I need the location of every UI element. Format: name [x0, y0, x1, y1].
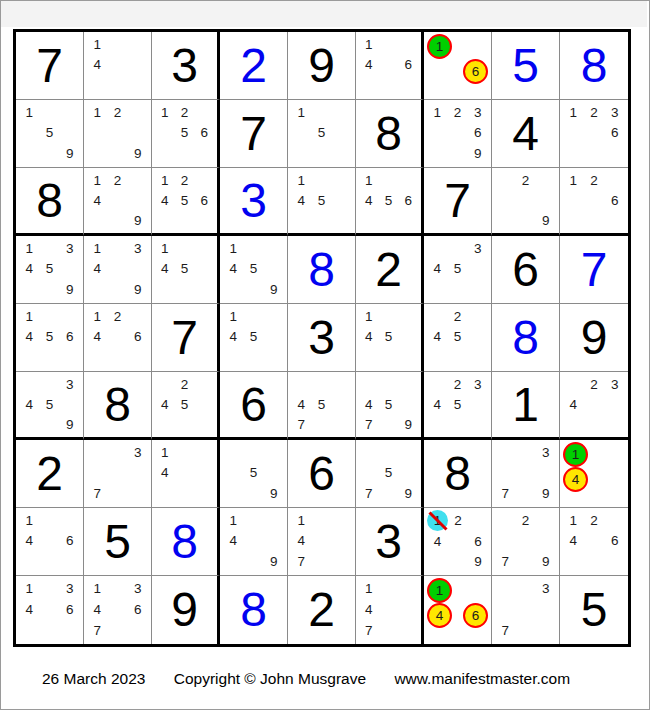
candidate-slot-2 [379, 34, 399, 55]
cell-r9c9[interactable]: 5 [560, 576, 628, 644]
candidate-slot-1: 1 [19, 102, 39, 123]
cell-r5c3[interactable]: 7 [152, 304, 220, 372]
candidate-slot-8 [243, 347, 263, 368]
candidate-1: 1 [570, 173, 578, 188]
candidate-slot-2 [243, 306, 263, 327]
candidate-slot-6 [332, 531, 352, 552]
candidate-slot-9: 9 [60, 414, 80, 434]
candidate-4: 4 [25, 397, 33, 412]
cell-r7c9[interactable]: 14 [560, 440, 628, 508]
candidate-slot-7 [291, 210, 311, 230]
cell-r5c1[interactable]: 1456 [16, 304, 84, 372]
candidate-4: 4 [572, 472, 580, 487]
candidate-slot-2 [379, 578, 399, 599]
candidate-slot-6 [128, 190, 148, 210]
candidate-slot-8 [243, 279, 263, 300]
candidate-slot-2 [243, 238, 263, 259]
candidate-4: 4 [433, 329, 441, 344]
candidate-slot-5: 5 [379, 327, 399, 348]
candidate-slot-4 [19, 123, 39, 144]
candidate-1: 1 [229, 513, 237, 528]
cell-value: 2 [356, 236, 421, 303]
cell-r3c3[interactable]: 12456 [152, 168, 220, 236]
cell-r1c3[interactable]: 3 [152, 32, 220, 100]
candidate-slot-3: 3 [468, 374, 488, 394]
cell-r3c7[interactable]: 7 [424, 168, 492, 236]
candidate-slot-9 [398, 620, 418, 641]
cell-r5c7[interactable]: 245 [424, 304, 492, 372]
candidate-6: 6 [611, 193, 619, 208]
candidate-slot-4: 4 [87, 190, 107, 210]
candidate-slot-7 [563, 210, 584, 230]
cell-r1c4[interactable]: 2 [220, 32, 288, 100]
candidate-5: 5 [181, 125, 189, 140]
candidate-slot-6: 6 [468, 531, 488, 552]
cell-r3c6[interactable]: 1456 [356, 168, 424, 236]
candidate-slot-8 [447, 414, 467, 434]
cell-r4c1[interactable]: 13459 [16, 236, 84, 304]
cell-r8c9[interactable]: 1246 [560, 508, 628, 576]
top-strip [1, 1, 647, 27]
candidate-slot-1 [19, 374, 39, 394]
candidate-9: 9 [134, 282, 142, 297]
cell-r2c2[interactable]: 129 [84, 100, 152, 168]
candidate-slot-4: 4 [291, 394, 311, 414]
candidate-slot-2: 2 [175, 170, 195, 190]
candidate-slot-3 [264, 306, 284, 327]
candidate-slot-3: 3 [604, 374, 625, 394]
cell-r2c8[interactable]: 4 [492, 100, 560, 168]
candidate-slot-3 [398, 578, 418, 599]
cell-r8c4[interactable]: 149 [220, 508, 288, 576]
candidate-slot-5 [448, 531, 468, 552]
sudoku-board: 7143291461658159129125671581236941236812… [13, 29, 631, 647]
cell-r7c5[interactable]: 6 [288, 440, 356, 508]
cell-r7c8[interactable]: 379 [492, 440, 560, 508]
candidate-slot-8 [243, 551, 263, 572]
cell-r8c6[interactable]: 3 [356, 508, 424, 576]
cell-r7c6[interactable]: 579 [356, 440, 424, 508]
candidate-slot-6 [332, 190, 352, 210]
cell-r2c1[interactable]: 159 [16, 100, 84, 168]
candidate-slot-4 [495, 190, 515, 210]
candidate-slot-9 [128, 75, 148, 96]
candidate-5: 5 [454, 329, 462, 344]
candidate-slot-5: 5 [243, 259, 263, 280]
candidate-slot-8 [107, 143, 127, 164]
cell-value: 8 [16, 168, 83, 233]
candidate-slot-1 [155, 374, 175, 394]
cell-r4c8[interactable]: 6 [492, 236, 560, 304]
candidate-slot-6 [536, 599, 556, 620]
cell-r9c7[interactable]: 146 [424, 576, 492, 644]
cell-value: 5 [492, 32, 559, 99]
candidate-5: 5 [181, 193, 189, 208]
pencil-marks: 14 [152, 440, 217, 507]
cell-value: 6 [492, 236, 559, 303]
candidate-slot-4: 4 [427, 394, 447, 414]
candidate-1: 1 [570, 105, 578, 120]
candidate-2: 2 [454, 377, 462, 392]
candidate-2: 2 [522, 513, 530, 528]
candidate-slot-2: 2 [584, 510, 605, 531]
cell-r8c8[interactable]: 279 [492, 508, 560, 576]
pencil-marks: 245 [424, 304, 491, 371]
cell-value: 7 [152, 304, 217, 371]
candidate-slot-8 [39, 620, 59, 641]
cell-r4c5[interactable]: 8 [288, 236, 356, 304]
candidate-slot-8 [107, 279, 127, 300]
pencil-marks: 12456 [152, 168, 217, 233]
cell-r4c9[interactable]: 7 [560, 236, 628, 304]
candidate-slot-5 [584, 394, 605, 414]
candidate-3: 3 [474, 105, 482, 120]
cell-r2c9[interactable]: 1236 [560, 100, 628, 168]
cell-r6c7[interactable]: 2345 [424, 372, 492, 440]
cell-r9c8[interactable]: 37 [492, 576, 560, 644]
pencil-marks: 1249 [84, 168, 151, 233]
candidate-slot-9 [536, 620, 556, 641]
candidate-slot-4 [155, 123, 175, 144]
candidate-slot-9: 9 [128, 143, 148, 164]
candidate-slot-6 [128, 55, 148, 76]
candidate-slot-2: 2 [175, 102, 195, 123]
candidate-slot-7 [223, 279, 243, 300]
cell-r1c1[interactable]: 7 [16, 32, 84, 100]
candidate-3: 3 [611, 105, 619, 120]
candidate-slot-6 [468, 259, 488, 280]
candidate-slot-1: 1 [87, 170, 107, 190]
candidate-5: 5 [385, 193, 393, 208]
candidate-slot-5: 5 [379, 394, 399, 414]
candidate-slot-6 [604, 394, 625, 414]
cell-r4c6[interactable]: 2 [356, 236, 424, 304]
candidate-slot-2 [379, 306, 399, 327]
candidate-5: 5 [454, 397, 462, 412]
cell-r4c7[interactable]: 345 [424, 236, 492, 304]
candidate-slot-2: 2 [107, 306, 127, 327]
cell-r6c1[interactable]: 3459 [16, 372, 84, 440]
candidate-7: 7 [93, 486, 101, 501]
cell-r9c6[interactable]: 147 [356, 576, 424, 644]
candidate-9: 9 [66, 417, 74, 432]
candidate-slot-3: 3 [536, 442, 556, 463]
cell-r6c9[interactable]: 234 [560, 372, 628, 440]
candidate-slot-1: 1 [359, 170, 379, 190]
candidate-slot-1 [495, 170, 515, 190]
candidate-slot-6: 6 [398, 190, 418, 210]
candidate-slot-1: 1 [427, 102, 447, 123]
cell-r8c3[interactable]: 8 [152, 508, 220, 576]
cell-r1c2[interactable]: 14 [84, 32, 152, 100]
candidate-slot-7 [155, 279, 175, 300]
cell-r2c6[interactable]: 8 [356, 100, 424, 168]
candidate-1: 1 [436, 39, 444, 54]
candidate-6: 6 [474, 534, 482, 549]
candidate-slot-4 [495, 463, 515, 484]
candidate-slot-8 [107, 483, 127, 504]
cell-r6c4[interactable]: 6 [220, 372, 288, 440]
candidate-slot-3: 3 [128, 238, 148, 259]
candidate-slot-4: 4 [291, 531, 311, 552]
candidate-slot-2: 2 [584, 102, 605, 123]
candidate-5: 5 [46, 397, 54, 412]
candidate-1: 1 [25, 581, 33, 596]
candidate-slot-4 [495, 531, 515, 552]
candidate-slot-1: 1 [359, 34, 379, 55]
pencil-marks: 59 [220, 440, 287, 507]
candidate-slot-7 [19, 414, 39, 434]
candidate-slot-8 [515, 620, 535, 641]
cell-r6c5[interactable]: 457 [288, 372, 356, 440]
candidate-slot-6: 6 [60, 531, 80, 552]
candidate-slot-3 [128, 306, 148, 327]
cell-r1c6[interactable]: 146 [356, 32, 424, 100]
cell-r6c2[interactable]: 8 [84, 372, 152, 440]
cell-value: 8 [152, 508, 217, 575]
candidate-slot-9 [604, 210, 625, 230]
highlight-yellow-circle: 4 [427, 603, 452, 628]
candidate-slot-5: 5 [311, 123, 331, 144]
cell-r6c6[interactable]: 4579 [356, 372, 424, 440]
cell-r3c8[interactable]: 29 [492, 168, 560, 236]
candidate-slot-1 [563, 374, 584, 394]
candidate-slot-7 [19, 143, 39, 164]
cell-r8c2[interactable]: 5 [84, 508, 152, 576]
cell-r4c3[interactable]: 145 [152, 236, 220, 304]
candidate-slot-5: 5 [243, 463, 263, 484]
candidate-slot-7 [359, 210, 379, 230]
candidate-slot-6 [264, 531, 284, 552]
candidate-2: 2 [114, 309, 122, 324]
candidate-slot-7 [427, 628, 452, 641]
candidate-6: 6 [474, 125, 482, 140]
candidate-slot-4 [291, 123, 311, 144]
candidate-4: 4 [434, 534, 442, 549]
candidate-slot-9 [332, 551, 352, 572]
pencil-marks: 145 [288, 168, 355, 233]
cell-r9c5[interactable]: 2 [288, 576, 356, 644]
cell-r4c4[interactable]: 1459 [220, 236, 288, 304]
cell-r5c6[interactable]: 145 [356, 304, 424, 372]
cell-value: 3 [220, 168, 287, 233]
candidate-4: 4 [25, 602, 33, 617]
cell-r1c9[interactable]: 8 [560, 32, 628, 100]
candidate-6: 6 [404, 57, 412, 72]
cell-r3c4[interactable]: 3 [220, 168, 288, 236]
candidate-slot-8 [311, 551, 331, 572]
candidate-slot-1: 1 [155, 170, 175, 190]
candidate-slot-4: 4 [19, 394, 39, 414]
candidate-slot-5 [447, 123, 467, 144]
candidate-7: 7 [297, 417, 305, 432]
candidate-slot-1: 1 [19, 510, 39, 531]
candidate-slot-9 [604, 551, 625, 572]
candidate-slot-9 [194, 483, 214, 504]
cell-r5c2[interactable]: 1246 [84, 304, 152, 372]
candidate-slot-2: 2 [175, 374, 195, 394]
candidate-5: 5 [46, 125, 54, 140]
candidate-slot-3: 3 [60, 374, 80, 394]
cell-r7c7[interactable]: 8 [424, 440, 492, 508]
candidate-slot-4: 4 [155, 394, 175, 414]
candidate-slot-9 [264, 347, 284, 368]
candidate-slot-7 [223, 483, 243, 504]
candidate-6: 6 [200, 125, 208, 140]
cell-value: 8 [288, 236, 355, 303]
cell-r5c8[interactable]: 8 [492, 304, 560, 372]
candidate-slot-3 [332, 170, 352, 190]
pencil-marks: 129 [84, 100, 151, 167]
cell-r3c5[interactable]: 145 [288, 168, 356, 236]
candidate-slot-4: 4 [427, 531, 448, 552]
candidate-7: 7 [365, 417, 373, 432]
cell-r3c2[interactable]: 1249 [84, 168, 152, 236]
footer-date: 26 March 2023 [42, 670, 145, 687]
candidate-slot-7 [87, 143, 107, 164]
highlight-yellow-circle: 6 [463, 603, 488, 628]
candidate-slot-3 [463, 578, 488, 603]
candidate-slot-5: 5 [447, 327, 467, 348]
cell-r2c7[interactable]: 12369 [424, 100, 492, 168]
highlight-cyan-circle: 1 [427, 510, 448, 531]
candidate-slot-7 [19, 620, 39, 641]
cell-r1c5[interactable]: 9 [288, 32, 356, 100]
candidate-slot-2: 2 [448, 510, 468, 531]
candidate-slot-8 [447, 279, 467, 300]
candidate-slot-9: 9 [536, 210, 556, 230]
cell-r8c5[interactable]: 147 [288, 508, 356, 576]
candidate-slot-3: 3 [536, 578, 556, 599]
candidate-slot-8 [584, 143, 605, 164]
candidate-slot-3: 3 [468, 102, 488, 123]
cell-r8c1[interactable]: 146 [16, 508, 84, 576]
candidate-5: 5 [385, 329, 393, 344]
candidate-4: 4 [297, 533, 305, 548]
cell-r4c2[interactable]: 1349 [84, 236, 152, 304]
candidate-slot-4: 4 [223, 259, 243, 280]
candidate-slot-5: 5 [39, 259, 59, 280]
candidate-slot-3 [398, 374, 418, 394]
candidate-slot-7 [155, 483, 175, 504]
cell-r8c7[interactable]: 12469 [424, 508, 492, 576]
cell-r9c2[interactable]: 13467 [84, 576, 152, 644]
candidate-slot-2 [515, 442, 535, 463]
candidate-slot-8 [311, 210, 331, 230]
cell-r5c5[interactable]: 3 [288, 304, 356, 372]
cell-r1c8[interactable]: 5 [492, 32, 560, 100]
candidate-slot-6 [264, 327, 284, 348]
candidate-slot-2 [243, 442, 263, 463]
candidate-slot-1 [223, 442, 243, 463]
candidate-slot-7 [19, 551, 39, 572]
candidate-slot-7 [291, 143, 311, 164]
cell-r6c8[interactable]: 1 [492, 372, 560, 440]
pencil-marks: 145 [220, 304, 287, 371]
cell-r7c1[interactable]: 2 [16, 440, 84, 508]
candidate-slot-1 [359, 442, 379, 463]
candidate-slot-5 [452, 59, 463, 84]
candidate-9: 9 [542, 554, 550, 569]
cell-r3c9[interactable]: 126 [560, 168, 628, 236]
candidate-slot-3 [332, 102, 352, 123]
cell-r6c3[interactable]: 245 [152, 372, 220, 440]
candidate-slot-6: 6 [60, 327, 80, 348]
candidate-slot-9: 9 [468, 143, 488, 164]
candidate-slot-5: 5 [175, 394, 195, 414]
candidate-slot-1: 1 [223, 238, 243, 259]
candidate-slot-5 [107, 599, 127, 620]
candidate-slot-1 [291, 374, 311, 394]
candidate-slot-1: 1 [223, 306, 243, 327]
cell-value: 7 [220, 100, 287, 167]
pencil-marks: 16 [424, 32, 491, 99]
cell-r7c4[interactable]: 59 [220, 440, 288, 508]
cell-r5c4[interactable]: 145 [220, 304, 288, 372]
cell-value: 1 [492, 372, 559, 437]
candidate-slot-3 [468, 510, 488, 531]
cell-r3c1[interactable]: 8 [16, 168, 84, 236]
candidate-6: 6 [66, 533, 74, 548]
cell-r9c4[interactable]: 8 [220, 576, 288, 644]
candidate-slot-7 [87, 279, 107, 300]
candidate-slot-9 [60, 347, 80, 368]
candidate-slot-5 [584, 531, 605, 552]
cell-r7c2[interactable]: 37 [84, 440, 152, 508]
candidate-slot-7 [427, 347, 447, 368]
cell-r2c4[interactable]: 7 [220, 100, 288, 168]
cell-r7c3[interactable]: 14 [152, 440, 220, 508]
candidate-slot-9 [468, 279, 488, 300]
candidate-4: 4 [297, 397, 305, 412]
candidate-slot-5 [107, 190, 127, 210]
candidate-slot-3 [128, 102, 148, 123]
candidate-slot-6 [468, 327, 488, 348]
candidate-slot-9: 9 [398, 483, 418, 504]
candidate-slot-4 [563, 123, 584, 144]
candidate-slot-2 [243, 510, 263, 531]
cell-r9c3[interactable]: 9 [152, 576, 220, 644]
candidate-slot-9 [128, 620, 148, 641]
candidate-slot-1 [495, 510, 515, 531]
candidate-9: 9 [270, 554, 278, 569]
candidate-9: 9 [542, 213, 550, 228]
candidate-slot-4: 4 [563, 531, 584, 552]
candidate-slot-4: 4 [359, 327, 379, 348]
candidate-slot-5 [107, 463, 127, 484]
cell-r5c9[interactable]: 9 [560, 304, 628, 372]
candidate-7: 7 [501, 486, 509, 501]
cell-r2c5[interactable]: 15 [288, 100, 356, 168]
candidate-slot-9: 9 [128, 210, 148, 230]
candidate-4: 4 [93, 261, 101, 276]
cell-r9c1[interactable]: 1346 [16, 576, 84, 644]
candidate-slot-6: 6 [398, 55, 418, 76]
candidate-slot-8 [243, 483, 263, 504]
candidate-3: 3 [542, 445, 550, 460]
candidate-4: 4 [433, 397, 441, 412]
candidate-3: 3 [611, 377, 619, 392]
candidate-5: 5 [318, 193, 326, 208]
footer-site-link[interactable]: www.manifestmaster.com [394, 670, 570, 687]
candidate-slot-7: 7 [291, 414, 311, 434]
cell-r2c3[interactable]: 1256 [152, 100, 220, 168]
cell-value: 5 [84, 508, 151, 575]
candidate-1: 1 [434, 513, 442, 528]
pencil-marks: 146 [424, 576, 491, 644]
cell-r1c7[interactable]: 16 [424, 32, 492, 100]
candidate-slot-2 [311, 102, 331, 123]
